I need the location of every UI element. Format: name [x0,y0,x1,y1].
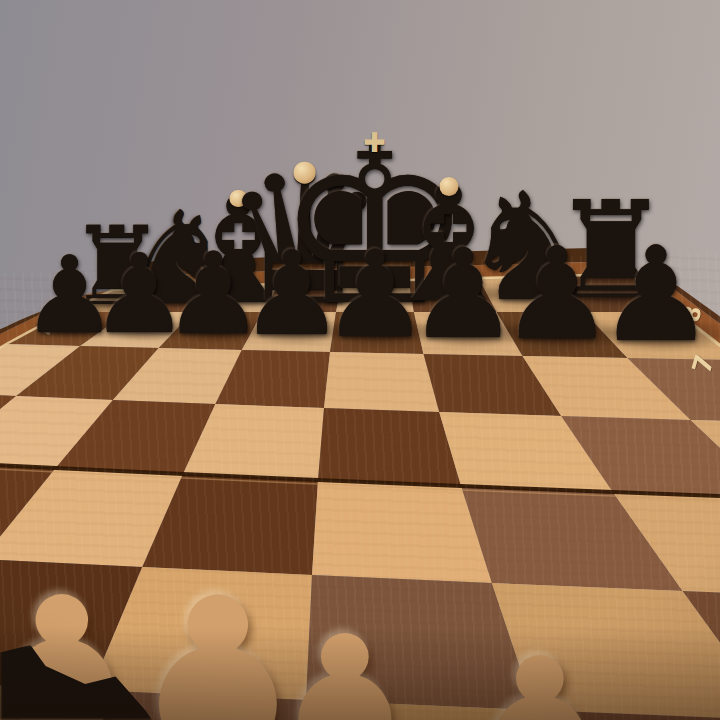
chess-photo-scene: 877 ♜♞♝♛♚✚♝♞♜♟♟♟♟♟♟♟♟ ♟♟♟♟ [0,0,720,720]
white-pawn-top[interactable]: ♟ [406,621,675,720]
foreground-white-pieces-layer: ♟♟♟♟ [0,0,720,720]
